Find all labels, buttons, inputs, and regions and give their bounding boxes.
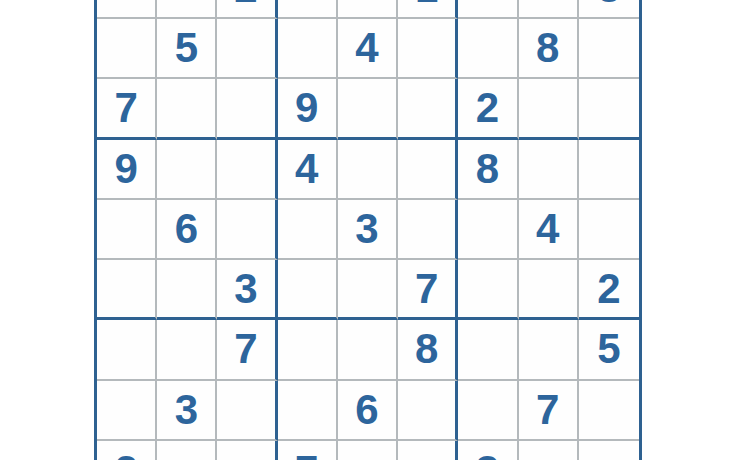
sudoku-cell[interactable]: 3 [458, 441, 518, 460]
sudoku-cell[interactable] [579, 441, 639, 460]
sudoku-cell[interactable]: 8 [458, 140, 518, 200]
sudoku-cell[interactable] [398, 381, 458, 441]
sudoku-cell[interactable] [278, 381, 338, 441]
sudoku-cell[interactable]: 6 [157, 200, 217, 260]
page-background: 213548792948634372785367273 [0, 0, 736, 460]
sudoku-cell[interactable] [519, 441, 579, 460]
sudoku-cell[interactable] [458, 19, 518, 79]
sudoku-cell[interactable] [519, 140, 579, 200]
sudoku-cell[interactable] [338, 441, 398, 460]
sudoku-cell[interactable] [97, 381, 157, 441]
sudoku-cell[interactable]: 4 [338, 19, 398, 79]
sudoku-cell[interactable] [278, 19, 338, 79]
sudoku-cell[interactable] [458, 381, 518, 441]
sudoku-cell[interactable] [458, 260, 518, 320]
sudoku-cell[interactable]: 5 [579, 320, 639, 380]
sudoku-cell[interactable] [157, 79, 217, 139]
sudoku-cell[interactable] [338, 0, 398, 19]
sudoku-cell[interactable] [278, 200, 338, 260]
sudoku-cell[interactable] [579, 200, 639, 260]
sudoku-cell[interactable] [338, 320, 398, 380]
sudoku-cell[interactable] [217, 200, 277, 260]
sudoku-cell[interactable]: 4 [519, 200, 579, 260]
sudoku-cell[interactable] [458, 0, 518, 19]
sudoku-cell[interactable]: 2 [458, 79, 518, 139]
sudoku-cell[interactable] [97, 200, 157, 260]
sudoku-cell[interactable]: 6 [338, 381, 398, 441]
sudoku-cell[interactable] [157, 0, 217, 19]
sudoku-cell[interactable] [579, 140, 639, 200]
sudoku-cell[interactable] [398, 441, 458, 460]
sudoku-cell[interactable]: 3 [217, 260, 277, 320]
sudoku-cell[interactable] [217, 441, 277, 460]
sudoku-cell[interactable]: 7 [217, 320, 277, 380]
sudoku-cell[interactable] [398, 140, 458, 200]
sudoku-cell[interactable]: 8 [398, 320, 458, 380]
sudoku-cell[interactable]: 2 [217, 0, 277, 19]
sudoku-cell[interactable] [97, 260, 157, 320]
sudoku-cell[interactable]: 1 [398, 0, 458, 19]
sudoku-cell[interactable]: 7 [278, 441, 338, 460]
sudoku-cell[interactable] [458, 200, 518, 260]
sudoku-cell[interactable]: 7 [97, 79, 157, 139]
sudoku-cell[interactable]: 7 [398, 260, 458, 320]
sudoku-cell[interactable] [217, 79, 277, 139]
sudoku-cell[interactable]: 3 [579, 0, 639, 19]
sudoku-cell[interactable]: 3 [338, 200, 398, 260]
sudoku-board: 213548792948634372785367273 [94, 0, 642, 460]
sudoku-cell[interactable] [157, 140, 217, 200]
sudoku-cell[interactable]: 2 [579, 260, 639, 320]
sudoku-cell[interactable]: 7 [519, 381, 579, 441]
sudoku-cell[interactable] [278, 0, 338, 19]
sudoku-cell[interactable] [97, 0, 157, 19]
sudoku-cell[interactable] [519, 260, 579, 320]
sudoku-cell[interactable]: 4 [278, 140, 338, 200]
sudoku-cell[interactable] [519, 320, 579, 380]
sudoku-cell[interactable] [217, 381, 277, 441]
sudoku-cell[interactable]: 5 [157, 19, 217, 79]
sudoku-cell[interactable] [157, 320, 217, 380]
sudoku-cell[interactable] [519, 79, 579, 139]
sudoku-cell[interactable] [398, 200, 458, 260]
sudoku-cell[interactable] [278, 260, 338, 320]
sudoku-cell[interactable] [398, 79, 458, 139]
sudoku-cell[interactable] [217, 140, 277, 200]
sudoku-cell[interactable] [579, 381, 639, 441]
sudoku-cell[interactable] [157, 441, 217, 460]
sudoku-cell[interactable] [97, 19, 157, 79]
sudoku-cell[interactable] [278, 320, 338, 380]
sudoku-cell[interactable] [519, 0, 579, 19]
sudoku-cell[interactable]: 3 [157, 381, 217, 441]
sudoku-cell[interactable]: 2 [97, 441, 157, 460]
sudoku-cell[interactable]: 9 [97, 140, 157, 200]
sudoku-cell[interactable] [398, 19, 458, 79]
sudoku-cell[interactable]: 8 [519, 19, 579, 79]
sudoku-cell[interactable] [217, 19, 277, 79]
sudoku-cell[interactable]: 9 [278, 79, 338, 139]
sudoku-cell[interactable] [338, 79, 398, 139]
sudoku-cell[interactable] [97, 320, 157, 380]
sudoku-cell[interactable] [579, 79, 639, 139]
sudoku-cell[interactable] [338, 140, 398, 200]
sudoku-cell[interactable] [579, 19, 639, 79]
sudoku-cell[interactable] [157, 260, 217, 320]
sudoku-cell[interactable] [458, 320, 518, 380]
sudoku-cell[interactable] [338, 260, 398, 320]
